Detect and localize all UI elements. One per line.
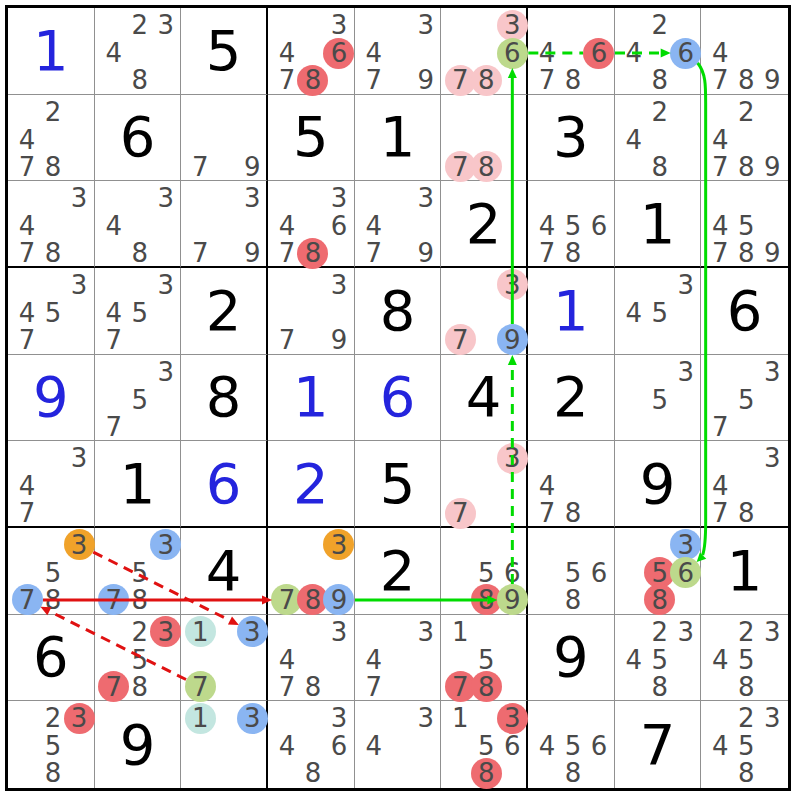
candidate-r2c3-9[interactable]: 9 bbox=[237, 151, 268, 182]
candidate-r4c8-3[interactable]: 3 bbox=[670, 269, 701, 300]
candidate-r1c2-3[interactable]: 3 bbox=[150, 10, 181, 41]
candidate-r5c2-7[interactable]: 7 bbox=[98, 411, 129, 442]
candidate-r1c6-3[interactable]: 3 bbox=[497, 10, 528, 41]
candidate-r8c9-8[interactable]: 8 bbox=[731, 671, 762, 702]
cell-r6c7[interactable]: 478 bbox=[528, 441, 615, 528]
candidate-r3c2-8[interactable]: 8 bbox=[124, 238, 155, 269]
cell-r5c2[interactable]: 357 bbox=[95, 355, 182, 442]
candidate-r9c9-8[interactable]: 8 bbox=[731, 758, 762, 789]
candidate-r3c3-3[interactable]: 3 bbox=[237, 183, 268, 214]
candidate-r4c2-3[interactable]: 3 bbox=[150, 269, 181, 300]
cell-r5c5[interactable]: 6 bbox=[355, 355, 442, 442]
cell-r5c6[interactable]: 4 bbox=[441, 355, 528, 442]
cell-r8c4[interactable]: 3478 bbox=[268, 615, 355, 702]
candidate-r1c8-8[interactable]: 8 bbox=[644, 65, 675, 96]
cell-r7c9[interactable]: 1 bbox=[701, 528, 788, 615]
cell-r3c8[interactable]: 1 bbox=[615, 181, 702, 268]
candidate-r4c6-3[interactable]: 3 bbox=[497, 269, 528, 300]
value-r7c5: 2 bbox=[355, 528, 441, 614]
value-r6c4: 2 bbox=[268, 441, 354, 526]
cell-r5c8[interactable]: 35 bbox=[615, 355, 702, 442]
candidate-r1c2-8[interactable]: 8 bbox=[124, 65, 155, 96]
value-r2c2: 6 bbox=[95, 95, 181, 181]
candidate-r5c2-3[interactable]: 3 bbox=[150, 356, 181, 387]
cell-r7c5[interactable]: 2 bbox=[355, 528, 442, 615]
candidate-r1c4-4[interactable]: 4 bbox=[271, 38, 302, 69]
cell-r8c2[interactable]: 23578 bbox=[95, 615, 182, 702]
candidate-r6c7-8[interactable]: 8 bbox=[557, 498, 588, 529]
cell-r4c9[interactable]: 6 bbox=[701, 268, 788, 355]
candidate-r1c6-6[interactable]: 6 bbox=[497, 38, 528, 69]
candidate-r7c8-3[interactable]: 3 bbox=[670, 529, 701, 560]
cell-r3c2[interactable]: 348 bbox=[95, 181, 182, 268]
candidate-r6c1-3[interactable]: 3 bbox=[64, 443, 95, 474]
candidate-r9c7-8[interactable]: 8 bbox=[557, 758, 588, 789]
cell-r2c1[interactable]: 2478 bbox=[8, 95, 95, 182]
candidate-r9c5-4[interactable]: 4 bbox=[358, 731, 389, 762]
cell-r2c8[interactable]: 248 bbox=[615, 95, 702, 182]
value-r5c4: 1 bbox=[268, 355, 354, 441]
candidate-r1c4-8[interactable]: 8 bbox=[297, 65, 328, 96]
candidate-r6c6-3[interactable]: 3 bbox=[497, 443, 528, 474]
candidate-r5c9-3[interactable]: 3 bbox=[757, 356, 788, 387]
cell-r8c7[interactable]: 9 bbox=[528, 615, 615, 702]
value-r4c9: 6 bbox=[701, 268, 788, 354]
value-r6c3: 6 bbox=[181, 441, 266, 526]
candidate-r6c6-7[interactable]: 7 bbox=[445, 498, 476, 529]
cell-r2c7[interactable]: 3 bbox=[528, 95, 615, 182]
candidate-r1c8-2[interactable]: 2 bbox=[644, 10, 675, 41]
candidate-r1c5-7[interactable]: 7 bbox=[358, 65, 389, 96]
cell-r4c1[interactable]: 3457 bbox=[8, 268, 95, 355]
cell-r8c6[interactable]: 1578 bbox=[441, 615, 528, 702]
cell-r9c7[interactable]: 4568 bbox=[528, 701, 615, 788]
value-r4c3: 2 bbox=[181, 268, 266, 354]
cell-r8c3[interactable]: 137 bbox=[181, 615, 268, 702]
candidate-r2c9-9[interactable]: 9 bbox=[757, 151, 788, 182]
value-r8c1: 6 bbox=[8, 615, 94, 701]
candidate-r2c8-2[interactable]: 2 bbox=[644, 96, 675, 127]
cell-r5c9[interactable]: 357 bbox=[701, 355, 788, 442]
candidate-r9c9-3[interactable]: 3 bbox=[757, 703, 788, 734]
candidate-r8c8-3[interactable]: 3 bbox=[670, 616, 701, 647]
cell-r6c3[interactable]: 6 bbox=[181, 441, 268, 528]
candidate-r1c5-9[interactable]: 9 bbox=[410, 65, 441, 96]
cell-r7c4[interactable]: 3789 bbox=[268, 528, 355, 615]
cell-r1c1[interactable]: 1 bbox=[8, 8, 95, 95]
candidate-r7c7-8[interactable]: 8 bbox=[557, 584, 588, 615]
candidate-r2c6-8[interactable]: 8 bbox=[471, 151, 502, 182]
candidate-r1c7-4[interactable]: 4 bbox=[531, 38, 562, 69]
candidate-r3c4-6[interactable]: 6 bbox=[323, 211, 354, 242]
value-r5c1: 9 bbox=[8, 355, 94, 441]
cell-r4c5[interactable]: 8 bbox=[355, 268, 442, 355]
candidate-r9c6-1[interactable]: 1 bbox=[445, 703, 476, 734]
candidate-r5c2-5[interactable]: 5 bbox=[124, 384, 155, 415]
cell-r2c6[interactable]: 78 bbox=[441, 95, 528, 182]
candidate-r3c2-4[interactable]: 4 bbox=[98, 211, 129, 242]
cell-r1c7[interactable]: 4678 bbox=[528, 8, 615, 95]
cell-r7c7[interactable]: 568 bbox=[528, 528, 615, 615]
cell-r3c9[interactable]: 45789 bbox=[701, 181, 788, 268]
cell-r7c1[interactable]: 3578 bbox=[8, 528, 95, 615]
candidate-r7c2-3[interactable]: 3 bbox=[150, 529, 181, 560]
candidate-r8c3-3[interactable]: 3 bbox=[237, 616, 268, 647]
candidate-r8c3-1[interactable]: 1 bbox=[185, 616, 216, 647]
value-r8c7: 9 bbox=[528, 615, 614, 701]
value-r2c7: 3 bbox=[528, 95, 614, 181]
candidate-r1c6-8[interactable]: 8 bbox=[471, 65, 502, 96]
candidate-r7c8-8[interactable]: 8 bbox=[644, 584, 675, 615]
value-r6c2: 1 bbox=[95, 441, 181, 526]
candidate-r9c1-3[interactable]: 3 bbox=[64, 703, 95, 734]
cell-r4c7[interactable]: 1 bbox=[528, 268, 615, 355]
candidate-r9c6-8[interactable]: 8 bbox=[471, 758, 502, 789]
candidate-r8c6-8[interactable]: 8 bbox=[471, 671, 502, 702]
cell-r9c6[interactable]: 13568 bbox=[441, 701, 528, 788]
candidate-r5c9-5[interactable]: 5 bbox=[731, 384, 762, 415]
candidate-r4c1-7[interactable]: 7 bbox=[12, 324, 43, 355]
cell-r6c8[interactable]: 9 bbox=[615, 441, 702, 528]
candidate-r1c8-6[interactable]: 6 bbox=[670, 38, 701, 69]
candidate-r7c4-3[interactable]: 3 bbox=[323, 529, 354, 560]
cell-r2c5[interactable]: 1 bbox=[355, 95, 442, 182]
candidate-r1c4-6[interactable]: 6 bbox=[323, 38, 354, 69]
candidate-r9c4-6[interactable]: 6 bbox=[323, 731, 354, 762]
candidate-r4c8-5[interactable]: 5 bbox=[644, 297, 675, 328]
cell-r9c8[interactable]: 7 bbox=[615, 701, 702, 788]
value-r5c7: 2 bbox=[528, 355, 614, 441]
candidate-r3c4-3[interactable]: 3 bbox=[323, 183, 354, 214]
cell-r4c2[interactable]: 3457 bbox=[95, 268, 182, 355]
candidate-r6c9-3[interactable]: 3 bbox=[757, 443, 788, 474]
candidate-r8c6-1[interactable]: 1 bbox=[445, 616, 476, 647]
candidate-r4c4-3[interactable]: 3 bbox=[323, 269, 354, 300]
cell-r1c8[interactable]: 2468 bbox=[615, 8, 702, 95]
candidate-r9c6-6[interactable]: 6 bbox=[497, 731, 528, 762]
candidate-r7c6-9[interactable]: 9 bbox=[497, 584, 528, 615]
candidate-r3c3-7[interactable]: 7 bbox=[185, 238, 216, 269]
cell-r5c7[interactable]: 2 bbox=[528, 355, 615, 442]
cell-r3c5[interactable]: 3479 bbox=[355, 181, 442, 268]
candidate-r1c4-3[interactable]: 3 bbox=[323, 10, 354, 41]
candidate-r3c3-9[interactable]: 9 bbox=[237, 238, 268, 269]
cell-r6c5[interactable]: 5 bbox=[355, 441, 442, 528]
cell-r7c3[interactable]: 4 bbox=[181, 528, 268, 615]
candidate-r5c8-5[interactable]: 5 bbox=[644, 384, 675, 415]
candidate-r2c9-2[interactable]: 2 bbox=[731, 96, 762, 127]
candidate-r8c3-7[interactable]: 7 bbox=[185, 671, 216, 702]
cell-r3c6[interactable]: 2 bbox=[441, 181, 528, 268]
value-r9c2: 9 bbox=[95, 701, 181, 788]
cell-r8c5[interactable]: 347 bbox=[355, 615, 442, 702]
candidate-r3c9-9[interactable]: 9 bbox=[757, 238, 788, 269]
cell-r8c8[interactable]: 23458 bbox=[615, 615, 702, 702]
candidate-r4c4-7[interactable]: 7 bbox=[271, 324, 302, 355]
value-r1c1: 1 bbox=[8, 8, 94, 94]
candidate-r3c5-9[interactable]: 9 bbox=[410, 238, 441, 269]
candidate-r4c2-5[interactable]: 5 bbox=[124, 297, 155, 328]
value-r3c6: 2 bbox=[441, 181, 526, 266]
cell-r6c4[interactable]: 2 bbox=[268, 441, 355, 528]
cell-r7c8[interactable]: 3568 bbox=[615, 528, 702, 615]
candidate-r7c8-6[interactable]: 6 bbox=[670, 557, 701, 588]
candidate-r9c1-8[interactable]: 8 bbox=[38, 758, 69, 789]
cell-r2c3[interactable]: 79 bbox=[181, 95, 268, 182]
value-r4c7: 1 bbox=[528, 268, 614, 354]
candidate-r8c4-8[interactable]: 8 bbox=[297, 671, 328, 702]
cell-r2c2[interactable]: 6 bbox=[95, 95, 182, 182]
value-r3c8: 1 bbox=[615, 181, 701, 266]
cell-r4c4[interactable]: 379 bbox=[268, 268, 355, 355]
candidate-r1c5-3[interactable]: 3 bbox=[410, 10, 441, 41]
candidate-r2c1-8[interactable]: 8 bbox=[38, 151, 69, 182]
candidate-r4c6-7[interactable]: 7 bbox=[445, 324, 476, 355]
cell-r6c6[interactable]: 37 bbox=[441, 441, 528, 528]
cell-r6c1[interactable]: 347 bbox=[8, 441, 95, 528]
candidate-r2c8-4[interactable]: 4 bbox=[618, 124, 649, 155]
candidate-r9c7-6[interactable]: 6 bbox=[583, 731, 614, 762]
candidate-r7c1-8[interactable]: 8 bbox=[38, 584, 69, 615]
cell-r7c2[interactable]: 3578 bbox=[95, 528, 182, 615]
value-r6c5: 5 bbox=[355, 441, 441, 526]
candidate-r6c9-8[interactable]: 8 bbox=[731, 498, 762, 529]
cell-r2c4[interactable]: 5 bbox=[268, 95, 355, 182]
candidate-r4c2-7[interactable]: 7 bbox=[98, 324, 129, 355]
candidate-r8c8-8[interactable]: 8 bbox=[644, 671, 675, 702]
sudoku-board: 1234853467834793678467824684789247867951… bbox=[5, 5, 791, 791]
cell-r4c6[interactable]: 379 bbox=[441, 268, 528, 355]
candidate-r3c4-8[interactable]: 8 bbox=[297, 238, 328, 269]
value-r7c9: 1 bbox=[701, 528, 788, 614]
candidate-r5c9-7[interactable]: 7 bbox=[705, 411, 736, 442]
value-r5c6: 4 bbox=[441, 355, 526, 441]
candidate-r4c4-9[interactable]: 9 bbox=[323, 324, 354, 355]
candidate-r3c1-3[interactable]: 3 bbox=[64, 183, 95, 214]
candidate-r7c7-6[interactable]: 6 bbox=[583, 557, 614, 588]
value-r9c8: 7 bbox=[615, 701, 701, 788]
candidate-r3c5-7[interactable]: 7 bbox=[358, 238, 389, 269]
candidate-r4c6-9[interactable]: 9 bbox=[497, 324, 528, 355]
candidate-r9c4-4[interactable]: 4 bbox=[271, 731, 302, 762]
candidate-r8c5-7[interactable]: 7 bbox=[358, 671, 389, 702]
cell-r3c7[interactable]: 45678 bbox=[528, 181, 615, 268]
candidate-r1c9-4[interactable]: 4 bbox=[705, 38, 736, 69]
cell-r9c4[interactable]: 3468 bbox=[268, 701, 355, 788]
cell-r3c3[interactable]: 379 bbox=[181, 181, 268, 268]
candidate-r1c2-4[interactable]: 4 bbox=[98, 38, 129, 69]
cell-r8c9[interactable]: 23458 bbox=[701, 615, 788, 702]
cell-r3c1[interactable]: 3478 bbox=[8, 181, 95, 268]
value-r7c3: 4 bbox=[181, 528, 266, 614]
cell-r3c4[interactable]: 34678 bbox=[268, 181, 355, 268]
cell-r9c2[interactable]: 9 bbox=[95, 701, 182, 788]
candidate-r3c5-3[interactable]: 3 bbox=[410, 183, 441, 214]
cell-r9c1[interactable]: 2358 bbox=[8, 701, 95, 788]
candidate-r9c6-3[interactable]: 3 bbox=[497, 703, 528, 734]
cell-r6c9[interactable]: 3478 bbox=[701, 441, 788, 528]
candidate-r5c8-3[interactable]: 3 bbox=[670, 356, 701, 387]
candidate-r1c7-6[interactable]: 6 bbox=[583, 38, 614, 69]
candidate-r9c5-3[interactable]: 3 bbox=[410, 703, 441, 734]
cell-r5c3[interactable]: 8 bbox=[181, 355, 268, 442]
candidate-r7c2-8[interactable]: 8 bbox=[124, 584, 155, 615]
candidate-r1c5-4[interactable]: 4 bbox=[358, 38, 389, 69]
cell-r1c4[interactable]: 34678 bbox=[268, 8, 355, 95]
cell-r5c4[interactable]: 1 bbox=[268, 355, 355, 442]
candidate-r1c9-9[interactable]: 9 bbox=[757, 65, 788, 96]
candidate-r3c7-6[interactable]: 6 bbox=[583, 211, 614, 242]
cell-r4c8[interactable]: 345 bbox=[615, 268, 702, 355]
value-r1c3: 5 bbox=[181, 8, 266, 94]
cell-r1c6[interactable]: 3678 bbox=[441, 8, 528, 95]
cell-r5c1[interactable]: 9 bbox=[8, 355, 95, 442]
candidate-r9c4-8[interactable]: 8 bbox=[297, 758, 328, 789]
cell-r9c5[interactable]: 34 bbox=[355, 701, 442, 788]
candidate-r6c1-7[interactable]: 7 bbox=[12, 498, 43, 529]
candidate-r8c4-3[interactable]: 3 bbox=[323, 616, 354, 647]
candidate-r3c7-8[interactable]: 8 bbox=[557, 238, 588, 269]
candidate-r2c1-2[interactable]: 2 bbox=[38, 96, 69, 127]
cell-r1c2[interactable]: 2348 bbox=[95, 8, 182, 95]
value-r2c5: 1 bbox=[355, 95, 441, 181]
value-r5c3: 8 bbox=[181, 355, 266, 441]
candidate-r8c2-8[interactable]: 8 bbox=[124, 671, 155, 702]
value-r6c8: 9 bbox=[615, 441, 701, 526]
cell-r1c9[interactable]: 4789 bbox=[701, 8, 788, 95]
candidate-r8c5-3[interactable]: 3 bbox=[410, 616, 441, 647]
candidate-r4c1-5[interactable]: 5 bbox=[38, 297, 69, 328]
candidate-r3c1-8[interactable]: 8 bbox=[38, 238, 69, 269]
candidate-r2c3-7[interactable]: 7 bbox=[185, 151, 216, 182]
candidate-r9c3-3[interactable]: 3 bbox=[237, 703, 268, 734]
candidate-r1c7-8[interactable]: 8 bbox=[557, 65, 588, 96]
cell-r7c6[interactable]: 5689 bbox=[441, 528, 528, 615]
candidate-r9c3-1[interactable]: 1 bbox=[185, 703, 216, 734]
cell-r9c9[interactable]: 23458 bbox=[701, 701, 788, 788]
candidate-r7c1-3[interactable]: 3 bbox=[64, 529, 95, 560]
cell-r8c1[interactable]: 6 bbox=[8, 615, 95, 702]
candidate-r4c1-3[interactable]: 3 bbox=[64, 269, 95, 300]
cell-r2c9[interactable]: 24789 bbox=[701, 95, 788, 182]
candidate-r8c9-3[interactable]: 3 bbox=[757, 616, 788, 647]
value-r2c4: 5 bbox=[268, 95, 354, 181]
candidate-r3c2-3[interactable]: 3 bbox=[150, 183, 181, 214]
cell-r1c5[interactable]: 3479 bbox=[355, 8, 442, 95]
candidate-r9c4-3[interactable]: 3 bbox=[323, 703, 354, 734]
candidate-r1c8-4[interactable]: 4 bbox=[618, 38, 649, 69]
cell-r6c2[interactable]: 1 bbox=[95, 441, 182, 528]
value-r5c5: 6 bbox=[355, 355, 441, 441]
candidate-r8c2-3[interactable]: 3 bbox=[150, 616, 181, 647]
cell-r4c3[interactable]: 2 bbox=[181, 268, 268, 355]
cell-r9c3[interactable]: 13 bbox=[181, 701, 268, 788]
cell-r1c3[interactable]: 5 bbox=[181, 8, 268, 95]
candidate-r2c8-8[interactable]: 8 bbox=[644, 151, 675, 182]
candidate-r7c4-9[interactable]: 9 bbox=[323, 584, 354, 615]
value-r4c5: 8 bbox=[355, 268, 441, 354]
